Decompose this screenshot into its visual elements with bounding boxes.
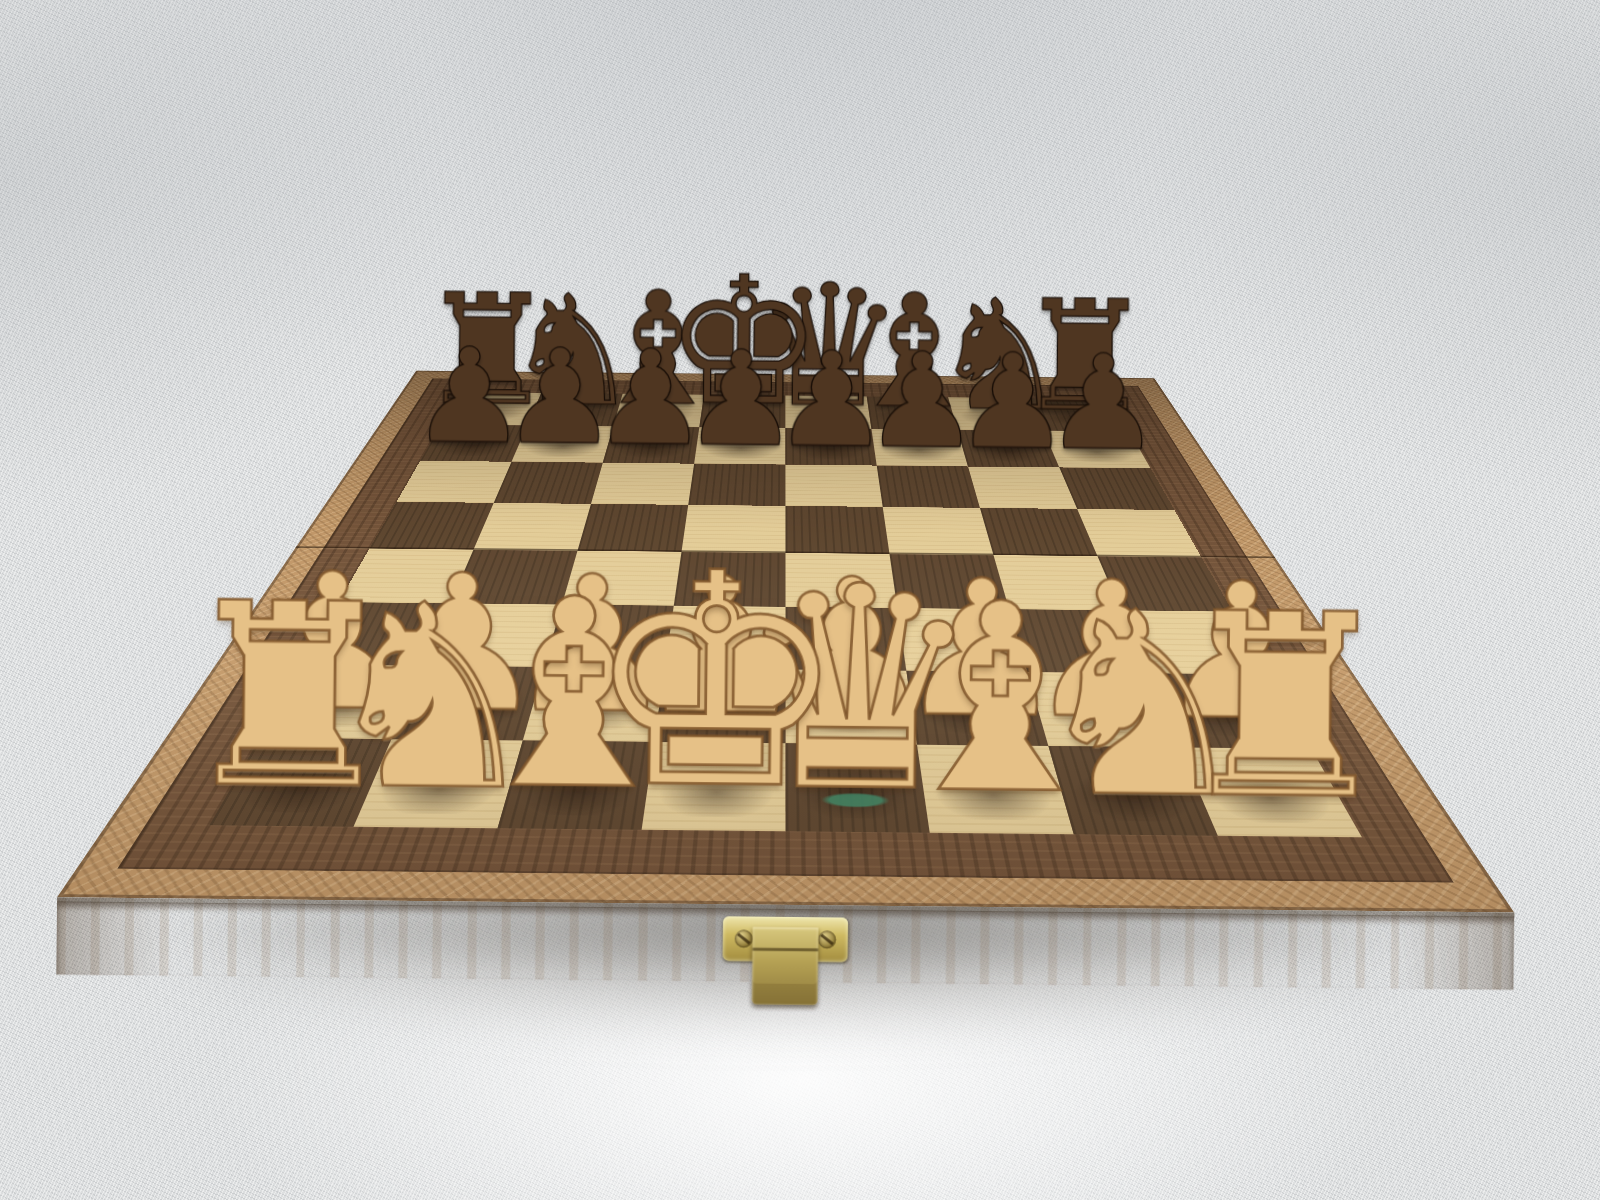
piece-shadow xyxy=(878,438,961,461)
piece-shadow xyxy=(700,436,780,459)
latch-screw-right xyxy=(818,931,836,949)
piece-shadow xyxy=(873,405,951,425)
piece-shadow xyxy=(955,405,1036,425)
camera-tilt: ♜♞♝♚♛♝♞♜♟♟♟♟♟♟♟♟♟♟♟♟♟♟♟♟♜♞♝♚♛♝♞♜ xyxy=(0,0,1600,1200)
square-c7: ♟ xyxy=(603,426,700,463)
black-pawn-e7: ♟ xyxy=(772,339,890,460)
piece-shadow xyxy=(965,439,1051,462)
black-pawn-c7: ♟ xyxy=(591,337,709,458)
black-pawn-b7: ♟ xyxy=(500,336,618,457)
black-rook-h8: ♜ xyxy=(1016,286,1154,427)
square-e8: ♛ xyxy=(785,396,871,429)
square-d1: ♚ xyxy=(642,742,786,831)
latch-screw-left xyxy=(735,930,753,948)
square-f7: ♟ xyxy=(871,429,968,467)
white-knight-b1: ♞ xyxy=(317,581,546,816)
square-g8: ♞ xyxy=(948,397,1043,431)
black-queen-e8: ♛ xyxy=(753,268,906,424)
square-c6 xyxy=(591,463,694,505)
black-pawn-f7: ♟ xyxy=(863,340,981,461)
piece-shadow xyxy=(610,435,693,458)
square-d7: ♟ xyxy=(694,427,785,464)
square-a8: ♜ xyxy=(441,392,541,425)
piece-shadow xyxy=(449,400,533,420)
piece-shadow xyxy=(790,404,865,424)
piece-shadow xyxy=(519,434,605,457)
white-king-d1: ♚ xyxy=(583,546,849,819)
piece-shadow xyxy=(705,403,780,423)
piece-shadow xyxy=(620,402,698,422)
square-h8: ♜ xyxy=(1029,398,1129,432)
latch-tongue xyxy=(752,927,818,1005)
black-king-d8: ♚ xyxy=(664,260,824,424)
black-knight-b8: ♞ xyxy=(504,281,642,422)
square-a6 xyxy=(397,461,512,503)
black-pawn-h7: ♟ xyxy=(1044,342,1162,463)
black-bishop-f8: ♝ xyxy=(844,281,985,426)
square-b6 xyxy=(494,462,603,504)
square-e7: ♟ xyxy=(785,428,876,465)
piece-shadow xyxy=(534,401,615,421)
black-rook-a8: ♜ xyxy=(418,280,556,421)
square-e6 xyxy=(785,465,882,507)
board-grid: ♜♞♝♚♛♝♞♜♟♟♟♟♟♟♟♟♟♟♟♟♟♟♟♟♜♞♝♚♛♝♞♜ xyxy=(209,392,1361,837)
square-b7: ♟ xyxy=(512,425,614,462)
square-d6 xyxy=(688,464,785,506)
square-f6 xyxy=(877,466,980,508)
photo-scene: ♜♞♝♚♛♝♞♜♟♟♟♟♟♟♟♟♟♟♟♟♟♟♟♟♜♞♝♚♛♝♞♜ xyxy=(0,0,1600,1200)
black-pawn-a7: ♟ xyxy=(410,335,528,456)
square-f8: ♝ xyxy=(867,396,958,429)
square-d8: ♚ xyxy=(699,395,785,428)
piece-shadow xyxy=(1053,440,1142,463)
piece-shadow xyxy=(1038,406,1122,427)
box-front-panel xyxy=(56,897,1514,990)
black-pawn-g7: ♟ xyxy=(953,341,1071,462)
square-h6 xyxy=(1059,467,1174,509)
square-c8: ♝ xyxy=(613,394,704,427)
square-b1: ♞ xyxy=(354,739,523,828)
piece-shadow xyxy=(791,437,871,460)
chess-box: ♜♞♝♚♛♝♞♜♟♟♟♟♟♟♟♟♟♟♟♟♟♟♟♟♜♞♝♚♛♝♞♜ xyxy=(57,371,1514,913)
square-a7: ♟ xyxy=(420,425,527,462)
black-pawn-d7: ♟ xyxy=(682,338,800,459)
square-g6 xyxy=(968,467,1077,509)
brass-latch xyxy=(723,916,848,962)
white-rook-h1: ♜ xyxy=(1170,590,1399,825)
piece-shadow xyxy=(429,434,518,457)
black-knight-g8: ♞ xyxy=(931,285,1069,426)
square-b8: ♞ xyxy=(527,393,622,426)
black-bishop-c8: ♝ xyxy=(587,278,728,423)
square-g7: ♟ xyxy=(958,430,1060,468)
square-h7: ♟ xyxy=(1044,431,1151,469)
